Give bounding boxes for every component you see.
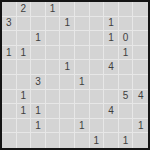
grid-cell-r4c3[interactable] [31, 46, 46, 61]
grid-cell-r9c1[interactable] [2, 119, 17, 134]
grid-cell-r7c10[interactable]: 4 [133, 90, 148, 105]
grid-cell-r6c5[interactable] [60, 75, 75, 90]
grid-cell-r5c6[interactable] [75, 60, 90, 75]
puzzle-board: 21311110111143115411411111 [0, 0, 150, 150]
grid-cell-r4c2[interactable]: 1 [17, 46, 32, 61]
grid-cell-r5c5[interactable]: 1 [60, 60, 75, 75]
grid-cell-r8c4[interactable] [46, 104, 61, 119]
grid-cell-r6c10[interactable] [133, 75, 148, 90]
clue-number: 1 [108, 18, 114, 28]
grid-cell-r3c2[interactable] [17, 31, 32, 46]
grid-cell-r3c3[interactable]: 1 [31, 31, 46, 46]
grid-cell-r10c6[interactable] [75, 133, 90, 148]
grid-cell-r9c4[interactable] [46, 119, 61, 134]
clue-number: 1 [94, 136, 100, 146]
grid-cell-r9c8[interactable] [104, 119, 119, 134]
grid-cell-r8c7[interactable] [90, 104, 105, 119]
grid-cell-r4c9[interactable]: 1 [119, 46, 134, 61]
grid-cell-r2c8[interactable]: 1 [104, 17, 119, 32]
grid-cell-r5c7[interactable] [90, 60, 105, 75]
grid-cell-r3c7[interactable] [90, 31, 105, 46]
grid-cell-r9c5[interactable] [60, 119, 75, 134]
grid-cell-r8c10[interactable] [133, 104, 148, 119]
grid-cell-r10c2[interactable] [17, 133, 32, 148]
grid-cell-r1c7[interactable] [90, 2, 105, 17]
grid-cell-r7c8[interactable] [104, 90, 119, 105]
grid-cell-r6c9[interactable] [119, 75, 134, 90]
grid-cell-r5c10[interactable] [133, 60, 148, 75]
clue-number: 5 [123, 91, 129, 101]
clue-number: 1 [21, 91, 27, 101]
grid-cell-r2c5[interactable]: 1 [60, 17, 75, 32]
grid-cell-r10c3[interactable] [31, 133, 46, 148]
grid-cell-r9c10[interactable]: 1 [133, 119, 148, 134]
clue-number: 1 [79, 121, 85, 131]
grid-cell-r2c9[interactable] [119, 17, 134, 32]
clue-number: 1 [21, 48, 27, 58]
clue-number: 3 [6, 18, 12, 28]
grid-cell-r1c5[interactable] [60, 2, 75, 17]
grid-cell-r6c1[interactable] [2, 75, 17, 90]
grid-cell-r7c9[interactable]: 5 [119, 90, 134, 105]
clue-number: 1 [123, 48, 129, 58]
grid-cell-r10c1[interactable] [2, 133, 17, 148]
grid-cell-r6c3[interactable]: 3 [31, 75, 46, 90]
grid-cell-r4c7[interactable] [90, 46, 105, 61]
grid-cell-r4c4[interactable] [46, 46, 61, 61]
grid-cell-r8c1[interactable] [2, 104, 17, 119]
clue-number: 1 [35, 121, 41, 131]
grid-cell-r1c10[interactable] [133, 2, 148, 17]
clue-number: 4 [108, 106, 114, 116]
grid-cell-r2c10[interactable] [133, 17, 148, 32]
grid-cell-r3c5[interactable] [60, 31, 75, 46]
grid-cell-r5c4[interactable] [46, 60, 61, 75]
grid-cell-r9c9[interactable] [119, 119, 134, 134]
grid-cell-r10c7[interactable]: 1 [90, 133, 105, 148]
grid-cell-r8c2[interactable]: 1 [17, 104, 32, 119]
grid-cell-r6c4[interactable] [46, 75, 61, 90]
grid-cell-r5c3[interactable] [31, 60, 46, 75]
clue-number: 1 [123, 136, 129, 146]
clue-number: 1 [79, 77, 85, 87]
grid-cell-r2c2[interactable] [17, 17, 32, 32]
grid-cell-r7c2[interactable]: 1 [17, 90, 32, 105]
grid-cell-r2c7[interactable] [90, 17, 105, 32]
grid-cell-r1c2[interactable]: 2 [17, 2, 32, 17]
clue-number: 1 [64, 62, 70, 72]
grid-cell-r1c6[interactable] [75, 2, 90, 17]
grid-cell-r2c4[interactable] [46, 17, 61, 32]
grid-cell-r10c10[interactable] [133, 133, 148, 148]
grid-cell-r5c9[interactable] [119, 60, 134, 75]
clue-number: 1 [138, 121, 144, 131]
grid-cell-r2c6[interactable] [75, 17, 90, 32]
clue-number: 4 [108, 62, 114, 72]
grid-cell-r7c7[interactable] [90, 90, 105, 105]
grid-cell-r8c3[interactable]: 1 [31, 104, 46, 119]
clue-number: 1 [108, 33, 114, 43]
clue-number: 1 [35, 33, 41, 43]
grid-cell-r3c9[interactable]: 0 [119, 31, 134, 46]
grid-cell-r1c4[interactable]: 1 [46, 2, 61, 17]
grid-cell-r9c2[interactable] [17, 119, 32, 134]
grid-cell-r5c1[interactable] [2, 60, 17, 75]
grid-cell-r9c3[interactable]: 1 [31, 119, 46, 134]
grid-cell-r8c6[interactable] [75, 104, 90, 119]
grid-cell-r1c1[interactable] [2, 2, 17, 17]
grid-cell-r6c2[interactable] [17, 75, 32, 90]
grid-cell-r3c8[interactable]: 1 [104, 31, 119, 46]
grid-cell-r6c7[interactable] [90, 75, 105, 90]
grid-cell-r10c9[interactable]: 1 [119, 133, 134, 148]
grid-cell-r4c10[interactable] [133, 46, 148, 61]
grid-cell-r9c6[interactable]: 1 [75, 119, 90, 134]
grid-cell-r3c10[interactable] [133, 31, 148, 46]
grid-cell-r3c4[interactable] [46, 31, 61, 46]
clue-number: 1 [6, 48, 12, 58]
grid-cell-r2c3[interactable] [31, 17, 46, 32]
clue-number: 1 [50, 4, 56, 14]
grid-cell-r7c4[interactable] [46, 90, 61, 105]
grid-cell-r8c5[interactable] [60, 104, 75, 119]
grid-cell-r5c2[interactable] [17, 60, 32, 75]
grid-cell-r4c8[interactable] [104, 46, 119, 61]
grid-cell-r8c8[interactable]: 4 [104, 104, 119, 119]
grid-cell-r9c7[interactable] [90, 119, 105, 134]
grid-cell-r4c6[interactable] [75, 46, 90, 61]
grid-cell-r7c5[interactable] [60, 90, 75, 105]
grid-cell-r10c5[interactable] [60, 133, 75, 148]
grid-cell-r4c5[interactable] [60, 46, 75, 61]
grid-cell-r7c1[interactable] [2, 90, 17, 105]
grid-cell-r7c6[interactable] [75, 90, 90, 105]
clue-number: 1 [64, 18, 70, 28]
clue-number: 4 [138, 91, 144, 101]
clue-number: 1 [21, 106, 27, 116]
grid-cell-r10c4[interactable] [46, 133, 61, 148]
clue-number: 1 [35, 106, 41, 116]
grid-cell-r8c9[interactable] [119, 104, 134, 119]
clue-number: 3 [35, 77, 41, 87]
grid-cell-r5c8[interactable]: 4 [104, 60, 119, 75]
grid-cell-r10c8[interactable] [104, 133, 119, 148]
grid-cell-r6c6[interactable]: 1 [75, 75, 90, 90]
grid-cell-r3c1[interactable] [2, 31, 17, 46]
grid-cell-r1c8[interactable] [104, 2, 119, 17]
grid-cell-r7c3[interactable] [31, 90, 46, 105]
grid-cell-r3c6[interactable] [75, 31, 90, 46]
clue-number: 0 [123, 33, 129, 43]
grid-cell-r1c3[interactable] [31, 2, 46, 17]
clue-number: 2 [21, 4, 27, 14]
grid-cell-r2c1[interactable]: 3 [2, 17, 17, 32]
grid-cell-r6c8[interactable] [104, 75, 119, 90]
grid-cell-r1c9[interactable] [119, 2, 134, 17]
grid-cell-r4c1[interactable]: 1 [2, 46, 17, 61]
